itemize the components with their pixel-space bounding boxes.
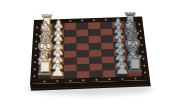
square[interactable] bbox=[89, 36, 101, 43]
square[interactable] bbox=[76, 29, 88, 36]
square[interactable] bbox=[88, 22, 100, 29]
square[interactable] bbox=[77, 71, 90, 78]
square[interactable] bbox=[90, 71, 103, 78]
piece-black-pawn[interactable]: ♟ bbox=[114, 60, 129, 77]
square[interactable] bbox=[101, 35, 114, 42]
square[interactable] bbox=[64, 44, 76, 51]
square[interactable] bbox=[76, 36, 88, 43]
square[interactable] bbox=[64, 64, 77, 71]
brass-stud bbox=[109, 78, 111, 80]
square[interactable] bbox=[77, 43, 89, 50]
square[interactable] bbox=[76, 22, 88, 29]
brass-stud bbox=[69, 20, 71, 22]
square[interactable] bbox=[89, 50, 102, 57]
square[interactable] bbox=[64, 71, 77, 78]
brass-stud bbox=[82, 79, 84, 81]
brass-stud bbox=[95, 79, 97, 81]
brass-stud bbox=[122, 78, 124, 80]
square[interactable] bbox=[89, 57, 102, 64]
brass-stud bbox=[105, 19, 107, 21]
square[interactable] bbox=[77, 64, 90, 71]
square[interactable] bbox=[64, 23, 76, 30]
brass-stud bbox=[69, 80, 71, 82]
square[interactable] bbox=[100, 22, 112, 29]
piece-white-rook[interactable]: ♜ bbox=[34, 56, 55, 79]
square[interactable] bbox=[101, 42, 114, 49]
square[interactable] bbox=[89, 43, 102, 50]
square[interactable] bbox=[64, 51, 77, 58]
brass-stud bbox=[81, 20, 83, 22]
brass-stud bbox=[135, 77, 137, 79]
square[interactable] bbox=[88, 29, 100, 36]
square[interactable] bbox=[77, 57, 90, 64]
brass-stud bbox=[93, 19, 95, 21]
square[interactable] bbox=[64, 57, 77, 64]
square[interactable] bbox=[100, 29, 112, 36]
chess-set-photo: ♜♟♟♜♞♟♟♞♝♟♟♝♛♟♟♛♚♟♟♚♝♟♟♝♞♟♟♞♜♟♟♜ bbox=[0, 0, 175, 105]
square[interactable] bbox=[64, 37, 76, 44]
square[interactable] bbox=[64, 30, 76, 37]
brass-stud bbox=[56, 80, 58, 82]
square[interactable] bbox=[77, 50, 90, 57]
square[interactable] bbox=[101, 49, 114, 56]
chess-board[interactable] bbox=[0, 0, 175, 105]
brass-stud bbox=[43, 80, 45, 82]
square[interactable] bbox=[89, 64, 102, 71]
